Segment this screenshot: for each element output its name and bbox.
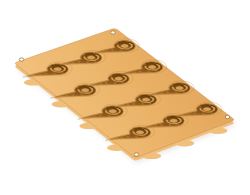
hanging-hole	[19, 58, 23, 61]
mold-illustration	[0, 0, 250, 195]
product-photo-silicone-mold	[0, 0, 250, 195]
hanging-hole	[111, 31, 115, 34]
hanging-hole	[225, 115, 229, 118]
hanging-hole	[134, 153, 138, 156]
